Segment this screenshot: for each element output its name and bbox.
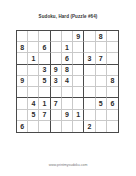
cell-r6c5	[62, 87, 73, 98]
cell-r7c2: 4	[28, 98, 39, 109]
cell-r9c6	[73, 121, 84, 132]
cell-r9c3	[39, 121, 50, 132]
cell-r8c4	[51, 110, 62, 121]
cell-r8c2: 5	[28, 110, 39, 121]
cell-r3c8: 7	[96, 53, 107, 64]
cell-r2c7	[84, 42, 95, 53]
cell-r1c9	[107, 31, 118, 42]
cell-r8c5: 9	[62, 110, 73, 121]
cell-r9c2	[28, 121, 39, 132]
cell-r5c8	[96, 76, 107, 87]
cell-r1c2	[28, 31, 39, 42]
cell-r1c3	[39, 31, 50, 42]
cell-r3c9	[107, 53, 118, 64]
cell-r5c1: 9	[17, 76, 28, 87]
cell-r5c6	[73, 76, 84, 87]
cell-r7c7	[84, 98, 95, 109]
cell-r1c6: 9	[73, 31, 84, 42]
cell-r3c6	[73, 53, 84, 64]
cell-r4c6	[73, 65, 84, 76]
cell-r3c1	[17, 53, 28, 64]
cell-r6c1	[17, 87, 28, 98]
cell-r9c7: 2	[84, 121, 95, 132]
cell-r9c1: 6	[17, 121, 28, 132]
cell-r7c8: 5	[96, 98, 107, 109]
cell-r1c5	[62, 31, 73, 42]
cell-r5c3: 5	[39, 76, 50, 87]
cell-r6c7	[84, 87, 95, 98]
cell-r7c6	[73, 98, 84, 109]
cell-r8c6: 1	[73, 110, 84, 121]
cell-r8c3: 7	[39, 110, 50, 121]
cell-r4c4: 9	[51, 65, 62, 76]
cell-r8c1	[17, 110, 28, 121]
cell-r6c2	[28, 87, 39, 98]
cell-r1c8: 8	[96, 31, 107, 42]
cell-r5c5: 4	[62, 76, 73, 87]
cell-r2c2	[28, 42, 39, 53]
cell-r7c1	[17, 98, 28, 109]
cell-r1c4	[51, 31, 62, 42]
cell-r1c7	[84, 31, 95, 42]
cell-r8c8	[96, 110, 107, 121]
cell-r8c9	[107, 110, 118, 121]
cell-r6c8	[96, 87, 107, 98]
cell-r9c8	[96, 121, 107, 132]
cell-r8c7	[84, 110, 95, 121]
cell-r6c3	[39, 87, 50, 98]
cell-r5c2	[28, 76, 39, 87]
cell-r7c5	[62, 98, 73, 109]
cell-r3c5: 6	[62, 53, 73, 64]
cell-r4c7	[84, 65, 95, 76]
cell-r3c7: 3	[84, 53, 95, 64]
cell-r4c2	[28, 65, 39, 76]
cell-r2c4	[51, 42, 62, 53]
cell-r4c8	[96, 65, 107, 76]
cell-r9c9	[107, 121, 118, 132]
cell-r5c9: 8	[107, 76, 118, 87]
cell-r9c4	[51, 121, 62, 132]
cell-r3c3	[39, 53, 50, 64]
cell-r7c9: 6	[107, 98, 118, 109]
cell-r4c3: 3	[39, 65, 50, 76]
cell-r2c1: 8	[17, 42, 28, 53]
page-footer: www.printmysudoku.com	[0, 163, 136, 167]
cell-r2c8	[96, 42, 107, 53]
cell-r3c4	[51, 53, 62, 64]
cell-r4c9	[107, 65, 118, 76]
cell-r2c9	[107, 42, 118, 53]
puzzle-title: Sudoku, Hard (Puzzle #64)	[0, 14, 136, 19]
sudoku-grid: 9886116373989534841756579162	[16, 30, 119, 133]
cell-r6c6	[73, 87, 84, 98]
cell-r2c5: 1	[62, 42, 73, 53]
cell-r4c1	[17, 65, 28, 76]
cell-r2c6	[73, 42, 84, 53]
cell-r6c9	[107, 87, 118, 98]
cell-r5c7	[84, 76, 95, 87]
cell-r9c5	[62, 121, 73, 132]
cell-r4c5: 8	[62, 65, 73, 76]
cell-r2c3: 6	[39, 42, 50, 53]
cell-r7c4: 7	[51, 98, 62, 109]
cell-r7c3: 1	[39, 98, 50, 109]
cell-r1c1	[17, 31, 28, 42]
sudoku-page: Sudoku, Hard (Puzzle #64) 98861163739895…	[0, 0, 136, 176]
cell-r3c2: 1	[28, 53, 39, 64]
cell-r5c4: 3	[51, 76, 62, 87]
cell-r6c4	[51, 87, 62, 98]
